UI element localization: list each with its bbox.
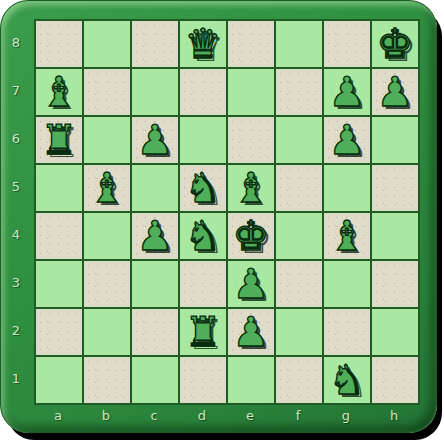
piece-king-h8[interactable]: ♚ [377,21,414,67]
rank-label-5: 5 [0,163,32,211]
square-e6[interactable] [228,117,274,163]
square-f3[interactable] [276,261,322,307]
file-label-b: b [82,404,130,428]
square-g4[interactable]: ♝ [324,213,370,259]
rank-label-6: 6 [0,115,32,163]
file-label-d: d [178,404,226,428]
piece-bishop-a7[interactable]: ♝ [41,69,78,115]
piece-pawn-c6[interactable]: ♟ [137,117,174,163]
piece-pawn-h7[interactable]: ♟ [377,69,414,115]
square-c2[interactable] [132,309,178,355]
square-a2[interactable] [36,309,82,355]
square-c6[interactable]: ♟ [132,117,178,163]
square-g5[interactable] [324,165,370,211]
square-e5[interactable]: ♝ [228,165,274,211]
chess-board: ♛♚♝♟♟♜♟♟♝♞♝♟♞♚♝♟♜♟♞ [34,19,420,405]
square-b1[interactable] [84,357,130,403]
piece-pawn-e2[interactable]: ♟ [233,309,270,355]
square-g1[interactable]: ♞ [324,357,370,403]
square-h1[interactable] [372,357,418,403]
square-e4[interactable]: ♚ [228,213,274,259]
square-a3[interactable] [36,261,82,307]
square-a5[interactable] [36,165,82,211]
square-f1[interactable] [276,357,322,403]
file-label-f: f [274,404,322,428]
square-b2[interactable] [84,309,130,355]
square-c7[interactable] [132,69,178,115]
piece-bishop-e5[interactable]: ♝ [233,165,270,211]
square-c5[interactable] [132,165,178,211]
square-f5[interactable] [276,165,322,211]
rank-label-4: 4 [0,211,32,259]
square-f8[interactable] [276,21,322,67]
square-b3[interactable] [84,261,130,307]
square-a6[interactable]: ♜ [36,117,82,163]
piece-knight-d5[interactable]: ♞ [185,165,222,211]
square-d7[interactable] [180,69,226,115]
square-h2[interactable] [372,309,418,355]
piece-rook-a6[interactable]: ♜ [41,117,78,163]
piece-bishop-b5[interactable]: ♝ [89,165,126,211]
square-h5[interactable] [372,165,418,211]
piece-pawn-g6[interactable]: ♟ [329,117,366,163]
rank-label-3: 3 [0,259,32,307]
square-b5[interactable]: ♝ [84,165,130,211]
piece-king-e4[interactable]: ♚ [233,213,270,259]
square-g7[interactable]: ♟ [324,69,370,115]
square-b8[interactable] [84,21,130,67]
square-a4[interactable] [36,213,82,259]
rank-label-7: 7 [0,67,32,115]
square-c1[interactable] [132,357,178,403]
square-d8[interactable]: ♛ [180,21,226,67]
square-f4[interactable] [276,213,322,259]
square-b7[interactable] [84,69,130,115]
square-e2[interactable]: ♟ [228,309,274,355]
square-g8[interactable] [324,21,370,67]
file-label-g: g [322,404,370,428]
square-e1[interactable] [228,357,274,403]
square-h6[interactable] [372,117,418,163]
square-c3[interactable] [132,261,178,307]
piece-queen-d8[interactable]: ♛ [185,21,222,67]
chess-app-window: ♛♚♝♟♟♜♟♟♝♞♝♟♞♚♝♟♜♟♞ 87654321 abcdefgh [0,0,444,442]
square-e7[interactable] [228,69,274,115]
piece-bishop-g4[interactable]: ♝ [329,213,366,259]
piece-pawn-c4[interactable]: ♟ [137,213,174,259]
square-g3[interactable] [324,261,370,307]
rank-label-1: 1 [0,355,32,403]
file-label-h: h [370,404,418,428]
square-h8[interactable]: ♚ [372,21,418,67]
square-d4[interactable]: ♞ [180,213,226,259]
square-f6[interactable] [276,117,322,163]
square-g6[interactable]: ♟ [324,117,370,163]
rank-label-8: 8 [0,19,32,67]
square-b4[interactable] [84,213,130,259]
square-d1[interactable] [180,357,226,403]
square-b6[interactable] [84,117,130,163]
square-h3[interactable] [372,261,418,307]
square-f2[interactable] [276,309,322,355]
square-e3[interactable]: ♟ [228,261,274,307]
square-g2[interactable] [324,309,370,355]
piece-knight-d4[interactable]: ♞ [185,213,222,259]
rank-label-2: 2 [0,307,32,355]
square-e8[interactable] [228,21,274,67]
square-a1[interactable] [36,357,82,403]
square-d6[interactable] [180,117,226,163]
square-c4[interactable]: ♟ [132,213,178,259]
piece-rook-d2[interactable]: ♜ [185,309,222,355]
square-d3[interactable] [180,261,226,307]
piece-knight-g1[interactable]: ♞ [329,357,366,403]
file-label-a: a [34,404,82,428]
file-label-c: c [130,404,178,428]
square-d5[interactable]: ♞ [180,165,226,211]
square-h7[interactable]: ♟ [372,69,418,115]
square-h4[interactable] [372,213,418,259]
piece-pawn-g7[interactable]: ♟ [329,69,366,115]
square-d2[interactable]: ♜ [180,309,226,355]
file-label-e: e [226,404,274,428]
piece-pawn-e3[interactable]: ♟ [233,261,270,307]
square-a8[interactable] [36,21,82,67]
square-a7[interactable]: ♝ [36,69,82,115]
square-c8[interactable] [132,21,178,67]
square-f7[interactable] [276,69,322,115]
